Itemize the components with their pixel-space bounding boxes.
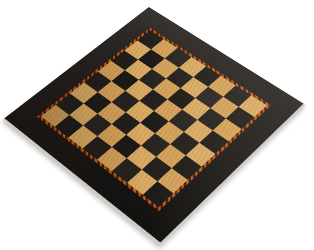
photo-background [0, 0, 314, 250]
board-grid [41, 30, 267, 207]
chess-board [3, 7, 305, 245]
decorative-trim-border [37, 28, 271, 211]
